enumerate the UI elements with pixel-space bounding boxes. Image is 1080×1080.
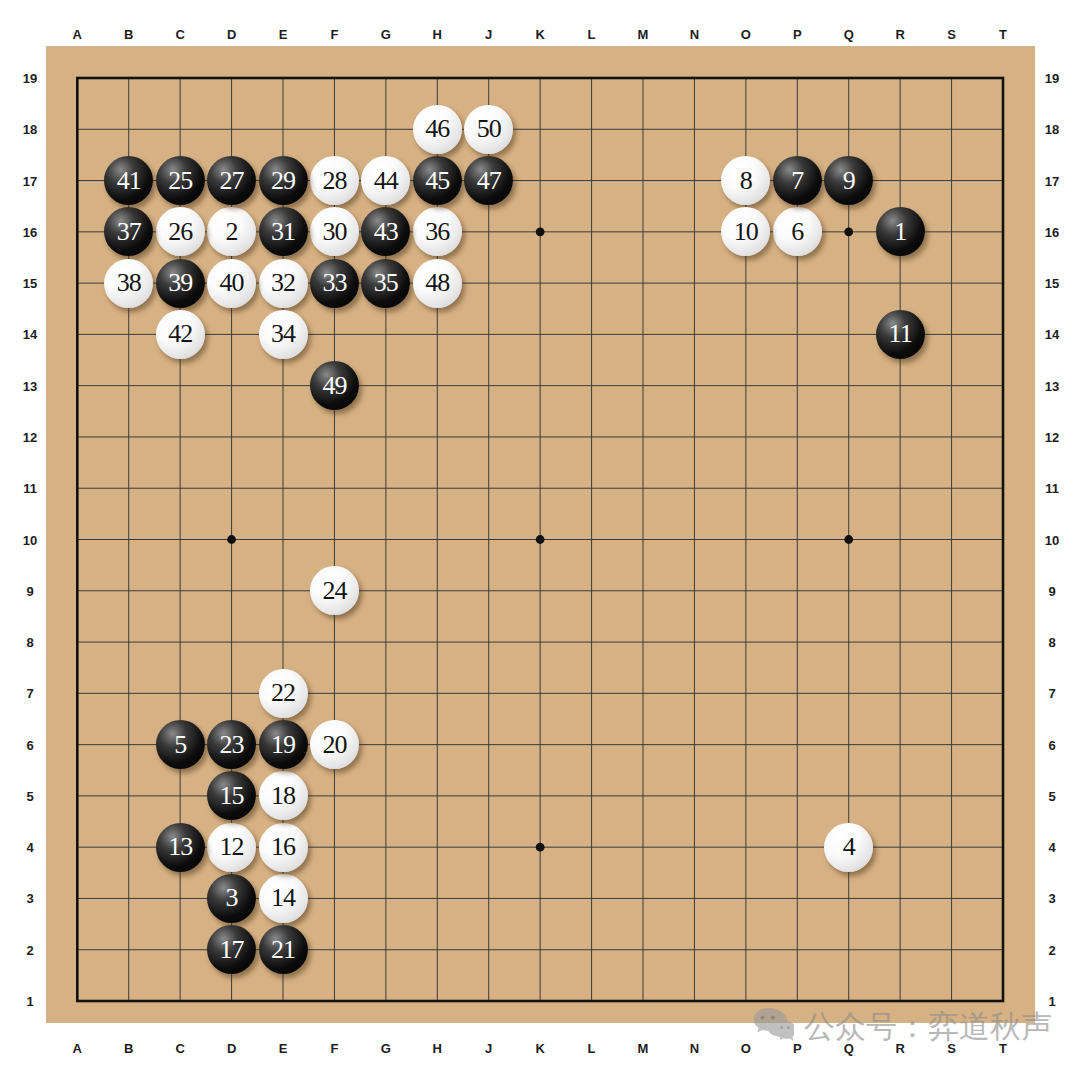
coord-label-top: K (535, 27, 544, 42)
move-number: 22 (271, 680, 295, 706)
coord-label-left: 16 (23, 224, 37, 239)
coord-label-bottom: P (793, 1041, 802, 1056)
coord-label-top: F (330, 27, 338, 42)
move-number: 2 (226, 219, 238, 245)
coord-label-bottom: C (175, 1041, 184, 1056)
coord-label-bottom: G (381, 1041, 391, 1056)
move-number: 20 (322, 732, 346, 758)
stone-white-26[interactable]: 26 (156, 207, 205, 256)
coord-label-right: 2 (1048, 942, 1055, 957)
coord-label-top: T (999, 27, 1007, 42)
coord-label-left: 3 (26, 891, 33, 906)
stone-white-4[interactable]: 4 (824, 823, 873, 872)
stone-white-48[interactable]: 48 (413, 259, 462, 308)
stone-black-11[interactable]: 11 (876, 310, 925, 359)
move-number: 18 (271, 783, 295, 809)
coord-label-bottom: F (330, 1041, 338, 1056)
coord-label-right: 13 (1045, 378, 1059, 393)
stone-black-33[interactable]: 33 (310, 259, 359, 308)
coord-label-right: 18 (1045, 122, 1059, 137)
move-number: 40 (220, 270, 244, 296)
coord-label-top: O (741, 27, 751, 42)
stone-black-49[interactable]: 49 (310, 361, 359, 410)
coord-label-bottom: R (895, 1041, 904, 1056)
stone-black-25[interactable]: 25 (156, 156, 205, 205)
coord-label-bottom: J (485, 1041, 492, 1056)
coord-label-right: 11 (1045, 481, 1059, 496)
move-number: 35 (374, 270, 398, 296)
move-number: 4 (843, 834, 855, 860)
move-number: 32 (271, 270, 295, 296)
move-number: 23 (220, 732, 244, 758)
coord-label-bottom: L (588, 1041, 596, 1056)
move-number: 1 (894, 219, 906, 245)
stone-white-40[interactable]: 40 (207, 259, 256, 308)
move-number: 3 (226, 885, 238, 911)
move-number: 10 (734, 219, 758, 245)
coord-label-right: 8 (1048, 635, 1055, 650)
coord-label-left: 15 (23, 276, 37, 291)
coord-label-top: D (227, 27, 236, 42)
stone-white-28[interactable]: 28 (310, 156, 359, 205)
coord-label-bottom: H (433, 1041, 442, 1056)
move-number: 17 (220, 937, 244, 963)
stone-black-21[interactable]: 21 (259, 925, 308, 974)
stone-white-32[interactable]: 32 (259, 259, 308, 308)
stone-black-17[interactable]: 17 (207, 925, 256, 974)
stone-black-3[interactable]: 3 (207, 874, 256, 923)
coord-label-left: 1 (26, 994, 33, 1009)
coord-label-top: P (793, 27, 802, 42)
coord-label-bottom: O (741, 1041, 751, 1056)
stone-white-34[interactable]: 34 (259, 310, 308, 359)
move-number: 7 (791, 168, 803, 194)
move-number: 14 (271, 885, 295, 911)
move-number: 33 (322, 270, 346, 296)
move-number: 30 (322, 219, 346, 245)
move-number: 44 (374, 168, 398, 194)
stone-black-1[interactable]: 1 (876, 207, 925, 256)
move-number: 29 (271, 168, 295, 194)
coord-label-right: 19 (1045, 71, 1059, 86)
coord-label-right: 4 (1048, 840, 1055, 855)
move-number: 5 (174, 732, 186, 758)
move-number: 27 (220, 168, 244, 194)
coord-label-right: 10 (1045, 532, 1059, 547)
stone-white-38[interactable]: 38 (104, 259, 153, 308)
coord-label-top: S (947, 27, 956, 42)
move-number: 8 (740, 168, 752, 194)
move-number: 38 (117, 270, 141, 296)
stone-black-13[interactable]: 13 (156, 823, 205, 872)
coord-label-top: J (485, 27, 492, 42)
coord-label-top: A (73, 27, 82, 42)
stone-black-29[interactable]: 29 (259, 156, 308, 205)
move-number: 12 (220, 834, 244, 860)
move-number: 11 (889, 321, 912, 347)
coord-label-bottom: N (690, 1041, 699, 1056)
coord-label-top: M (638, 27, 649, 42)
stone-black-47[interactable]: 47 (464, 156, 513, 205)
move-number: 47 (477, 168, 501, 194)
move-number: 42 (168, 321, 192, 347)
stone-black-5[interactable]: 5 (156, 720, 205, 769)
coord-label-right: 14 (1045, 327, 1059, 342)
move-number: 24 (322, 578, 346, 604)
move-number: 50 (477, 116, 501, 142)
coord-label-left: 8 (26, 635, 33, 650)
coord-label-right: 3 (1048, 891, 1055, 906)
move-number: 41 (117, 168, 141, 194)
stone-white-18[interactable]: 18 (259, 771, 308, 820)
move-number: 28 (322, 168, 346, 194)
stone-black-45[interactable]: 45 (413, 156, 462, 205)
coord-label-right: 17 (1045, 173, 1059, 188)
stone-white-46[interactable]: 46 (413, 105, 462, 154)
move-number: 26 (168, 219, 192, 245)
stone-white-16[interactable]: 16 (259, 823, 308, 872)
coord-label-right: 12 (1045, 429, 1059, 444)
coord-label-bottom: E (279, 1041, 288, 1056)
coord-label-right: 15 (1045, 276, 1059, 291)
stone-black-9[interactable]: 9 (824, 156, 873, 205)
coord-label-right: 16 (1045, 224, 1059, 239)
coord-label-bottom: D (227, 1041, 236, 1056)
coord-label-right: 5 (1048, 788, 1055, 803)
coord-label-left: 9 (26, 583, 33, 598)
coord-label-left: 19 (23, 71, 37, 86)
stone-white-20[interactable]: 20 (310, 720, 359, 769)
coord-label-bottom: T (999, 1041, 1007, 1056)
coord-label-bottom: S (947, 1041, 956, 1056)
move-number: 6 (791, 219, 803, 245)
stone-white-50[interactable]: 50 (464, 105, 513, 154)
stone-black-35[interactable]: 35 (361, 259, 410, 308)
coord-label-top: C (175, 27, 184, 42)
move-number: 31 (271, 219, 295, 245)
stone-black-41[interactable]: 41 (104, 156, 153, 205)
coord-label-left: 17 (23, 173, 37, 188)
coord-label-bottom: Q (844, 1041, 854, 1056)
stone-white-24[interactable]: 24 (310, 566, 359, 615)
stone-black-27[interactable]: 27 (207, 156, 256, 205)
coord-label-top: H (433, 27, 442, 42)
stone-black-7[interactable]: 7 (773, 156, 822, 205)
stone-white-14[interactable]: 14 (259, 874, 308, 923)
coord-label-top: E (279, 27, 288, 42)
coord-label-top: R (895, 27, 904, 42)
coord-label-left: 14 (23, 327, 37, 342)
stone-black-19[interactable]: 19 (259, 720, 308, 769)
move-number: 34 (271, 321, 295, 347)
move-number: 48 (425, 270, 449, 296)
stone-white-36[interactable]: 36 (413, 207, 462, 256)
stone-white-12[interactable]: 12 (207, 823, 256, 872)
coord-label-top: G (381, 27, 391, 42)
coord-label-top: Q (844, 27, 854, 42)
move-number: 45 (425, 168, 449, 194)
coord-label-left: 7 (26, 686, 33, 701)
coord-label-right: 1 (1048, 994, 1055, 1009)
move-number: 46 (425, 116, 449, 142)
coord-label-right: 6 (1048, 737, 1055, 752)
move-number: 39 (168, 270, 192, 296)
coord-label-left: 5 (26, 788, 33, 803)
coord-label-left: 12 (23, 429, 37, 444)
move-number: 15 (220, 783, 244, 809)
stone-white-30[interactable]: 30 (310, 207, 359, 256)
move-number: 43 (374, 219, 398, 245)
coord-label-bottom: M (638, 1041, 649, 1056)
coord-label-left: 4 (26, 840, 33, 855)
move-number: 49 (322, 373, 346, 399)
stone-white-6[interactable]: 6 (773, 207, 822, 256)
move-number: 9 (843, 168, 855, 194)
stone-white-22[interactable]: 22 (259, 669, 308, 718)
move-number: 13 (168, 834, 192, 860)
coord-label-left: 2 (26, 942, 33, 957)
stone-black-23[interactable]: 23 (207, 720, 256, 769)
stone-white-42[interactable]: 42 (156, 310, 205, 359)
move-number: 19 (271, 732, 295, 758)
coord-label-left: 11 (23, 481, 37, 496)
coord-label-bottom: K (535, 1041, 544, 1056)
stone-black-31[interactable]: 31 (259, 207, 308, 256)
coord-label-left: 10 (23, 532, 37, 547)
coord-label-left: 6 (26, 737, 33, 752)
coord-label-bottom: B (124, 1041, 133, 1056)
coord-label-top: N (690, 27, 699, 42)
coord-label-bottom: A (73, 1041, 82, 1056)
go-diagram-page: AABBCCDDEEFFGGHHJJKKLLMMNNOOPPQQRRSSTT19… (0, 0, 1080, 1080)
move-number: 37 (117, 219, 141, 245)
coord-label-left: 18 (23, 122, 37, 137)
move-number: 16 (271, 834, 295, 860)
stone-black-39[interactable]: 39 (156, 259, 205, 308)
coord-label-right: 9 (1048, 583, 1055, 598)
coord-label-left: 13 (23, 378, 37, 393)
coord-label-right: 7 (1048, 686, 1055, 701)
coord-label-top: B (124, 27, 133, 42)
move-number: 36 (425, 219, 449, 245)
move-number: 25 (168, 168, 192, 194)
coord-label-top: L (588, 27, 596, 42)
move-number: 21 (271, 937, 295, 963)
